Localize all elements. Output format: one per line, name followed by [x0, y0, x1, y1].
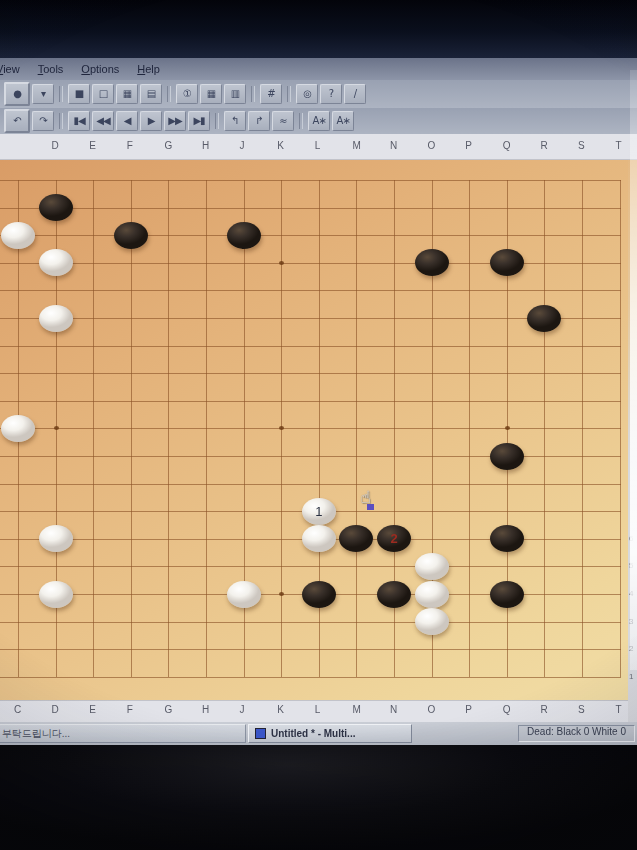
- stone-black-O16[interactable]: [415, 249, 449, 276]
- stone-white-L6[interactable]: [302, 525, 336, 552]
- coord-bottom-D: D: [52, 704, 59, 715]
- grid-icon[interactable]: ▤: [140, 84, 162, 104]
- star-point-D10: [54, 426, 59, 430]
- stone-black-Q9[interactable]: [490, 443, 524, 470]
- menu-bar: ViewToolsOptionsHelp: [0, 58, 637, 80]
- jump-forward-icon[interactable]: ↱: [248, 111, 270, 131]
- monitor-photo: ViewToolsOptionsHelp ●▾■□▦▤①▦▥#◎?/ ↶↷▮◀◀…: [0, 0, 637, 850]
- layout-icon[interactable]: ▥: [224, 84, 246, 104]
- coord-bottom-Q: Q: [503, 704, 511, 715]
- coord-top-P: P: [465, 140, 472, 151]
- main-toolbar: ●▾■□▦▤①▦▥#◎?/: [0, 80, 637, 108]
- stone-black-R14[interactable]: [527, 305, 561, 332]
- coord-top-R: R: [540, 140, 547, 151]
- coord-top-F: F: [127, 140, 133, 151]
- stone-black-Q6[interactable]: [490, 525, 524, 552]
- stone-tool-black[interactable]: ■: [68, 84, 90, 104]
- star-point-K10: [279, 426, 284, 430]
- coord-top-G: G: [164, 140, 172, 151]
- hand-cursor-icon: ☝: [360, 487, 382, 513]
- stone-white-O5[interactable]: [415, 553, 449, 580]
- screen-edge-glare: [630, 70, 637, 670]
- coord-top-J: J: [240, 140, 245, 151]
- stone-white-C10[interactable]: [1, 415, 35, 442]
- stone-white-D16[interactable]: [39, 249, 73, 276]
- prev-move-icon[interactable]: ◀: [116, 111, 138, 131]
- grid-line-horizontal: [0, 456, 621, 457]
- jump-back-icon[interactable]: ↰: [224, 111, 246, 131]
- coord-bottom-L: L: [315, 704, 321, 715]
- app-window: ViewToolsOptionsHelp ●▾■□▦▤①▦▥#◎?/ ↶↷▮◀◀…: [0, 58, 637, 745]
- toolbar-separator: [59, 86, 63, 102]
- tree-icon[interactable]: #: [260, 84, 282, 104]
- taskbar-button-untitled[interactable]: Untitled * - Multi...: [248, 724, 412, 743]
- dead-stones-status: Dead: Black 0 White 0: [518, 725, 635, 742]
- bottom-task-bar: 가 부탁드립니다... Untitled * - Multi... Dead: …: [0, 722, 637, 745]
- dropdown-caret[interactable]: ▾: [32, 84, 54, 104]
- stone-black-L4[interactable]: [302, 581, 336, 608]
- grid-line-horizontal: [0, 235, 621, 236]
- coord-top-H: H: [202, 140, 209, 151]
- grid-line-horizontal: [0, 401, 621, 402]
- move-number-icon[interactable]: ①: [176, 84, 198, 104]
- taskbar-button-untitled-label: Untitled * - Multi...: [271, 728, 355, 739]
- first-move-icon[interactable]: ▮◀: [68, 111, 90, 131]
- multigo-app-icon: [255, 728, 266, 739]
- stone-black-Q4[interactable]: [490, 581, 524, 608]
- go-board[interactable]: ☝ 21: [0, 160, 637, 700]
- fast-forward-icon[interactable]: ▶▶: [164, 111, 186, 131]
- menu-options[interactable]: Options: [72, 61, 128, 77]
- label-b-icon[interactable]: A∗: [332, 111, 354, 131]
- pass-icon[interactable]: ≈: [272, 111, 294, 131]
- coord-bottom-K: K: [277, 704, 284, 715]
- menu-tools[interactable]: Tools: [29, 61, 73, 77]
- hand-cursor-cuff: [367, 504, 374, 510]
- board-coordinates-top: DEFGHJKLMNOPQRST: [0, 134, 637, 160]
- grid-line-horizontal: [0, 566, 621, 567]
- grid-line-horizontal: [0, 428, 621, 429]
- find-icon[interactable]: ◎: [296, 84, 318, 104]
- coord-bottom-H: H: [202, 704, 209, 715]
- coord-right-1: 1: [629, 672, 633, 681]
- star-point-K16: [279, 261, 284, 265]
- rotate-left-icon[interactable]: ↶: [4, 109, 30, 133]
- menu-view[interactable]: View: [0, 61, 29, 77]
- stone-white-D6[interactable]: [39, 525, 73, 552]
- toolbar-separator: [287, 86, 291, 102]
- menu-help[interactable]: Help: [128, 61, 169, 77]
- coord-bottom-E: E: [89, 704, 96, 715]
- grid-line-horizontal: [0, 346, 621, 347]
- help-icon[interactable]: ?: [320, 84, 342, 104]
- stone-black-D18[interactable]: [39, 194, 73, 221]
- coord-bottom-O: O: [428, 704, 436, 715]
- navigation-toolbar: ↶↷▮◀◀◀◀▶▶▶▶▮↰↱≈A∗A∗: [0, 108, 637, 134]
- next-move-icon[interactable]: ▶: [140, 111, 162, 131]
- stone-black-M6[interactable]: [339, 525, 373, 552]
- monitor-top-bezel: [0, 0, 637, 58]
- grid-line-horizontal: [0, 290, 621, 291]
- coord-top-M: M: [352, 140, 360, 151]
- label-a-icon[interactable]: A∗: [308, 111, 330, 131]
- grid-line-horizontal: [0, 649, 621, 650]
- stone-white-D14[interactable]: [39, 305, 73, 332]
- stone-black-F17[interactable]: [114, 222, 148, 249]
- toolbar-separator: [167, 86, 171, 102]
- stone-white-O3[interactable]: [415, 608, 449, 635]
- fast-rewind-icon[interactable]: ◀◀: [92, 111, 114, 131]
- grid-line-horizontal: [0, 677, 621, 678]
- board-icon[interactable]: ▦: [116, 84, 138, 104]
- stone-black-Q16[interactable]: [490, 249, 524, 276]
- taskbar-button-korean[interactable]: 가 부탁드립니다...: [0, 724, 246, 743]
- move-label-2: 2: [390, 532, 397, 545]
- star-point-Q10: [505, 426, 510, 430]
- coord-bottom-S: S: [578, 704, 585, 715]
- stone-black-J17[interactable]: [227, 222, 261, 249]
- grid-line-horizontal: [0, 208, 621, 209]
- coord-top-S: S: [578, 140, 585, 151]
- stone-tool-white[interactable]: □: [92, 84, 114, 104]
- coord-top-L: L: [315, 140, 321, 151]
- diagram-icon[interactable]: ▦: [200, 84, 222, 104]
- monitor-bottom-bezel: [0, 745, 637, 850]
- grid-line-horizontal: [0, 373, 621, 374]
- coord-top-Q: Q: [503, 140, 511, 151]
- stone-white-J4[interactable]: [227, 581, 261, 608]
- coord-bottom-P: P: [465, 704, 472, 715]
- coord-bottom-M: M: [352, 704, 360, 715]
- coord-bottom-F: F: [127, 704, 133, 715]
- stone-black-N4[interactable]: [377, 581, 411, 608]
- coord-top-O: O: [428, 140, 436, 151]
- grid-line-horizontal: [0, 484, 621, 485]
- last-move-icon[interactable]: ▶▮: [188, 111, 210, 131]
- coord-top-N: N: [390, 140, 397, 151]
- coord-bottom-C: C: [14, 704, 21, 715]
- toolbar-separator: [299, 113, 303, 129]
- stone-black-N6[interactable]: 2: [377, 525, 411, 552]
- coord-top-T: T: [616, 140, 622, 151]
- star-point-K4: [279, 592, 284, 596]
- stone-white-D4[interactable]: [39, 581, 73, 608]
- taskbar-button-korean-label: 가 부탁드립니다...: [0, 727, 70, 741]
- coord-top-D: D: [52, 140, 59, 151]
- toolbar-separator: [251, 86, 255, 102]
- clock-button[interactable]: ●: [4, 82, 30, 106]
- stone-white-C17[interactable]: [1, 222, 35, 249]
- grid-line-horizontal: [0, 180, 621, 181]
- coord-bottom-J: J: [240, 704, 245, 715]
- edit-icon[interactable]: /: [344, 84, 366, 104]
- toolbar-separator: [215, 113, 219, 129]
- grid-line-horizontal: [0, 263, 621, 264]
- toolbar-separator: [59, 113, 63, 129]
- grid-line-horizontal: [0, 622, 621, 623]
- coord-bottom-G: G: [164, 704, 172, 715]
- stone-white-L7[interactable]: 1: [302, 498, 336, 525]
- stone-white-O4[interactable]: [415, 581, 449, 608]
- rotate-right-icon[interactable]: ↷: [32, 111, 54, 131]
- coord-bottom-T: T: [616, 704, 622, 715]
- coord-bottom-R: R: [540, 704, 547, 715]
- coord-top-E: E: [89, 140, 96, 151]
- move-label-1: 1: [315, 505, 322, 518]
- board-coordinates-bottom: CDEFGHJKLMNOPQRST: [0, 700, 637, 722]
- coord-bottom-N: N: [390, 704, 397, 715]
- coord-top-K: K: [277, 140, 284, 151]
